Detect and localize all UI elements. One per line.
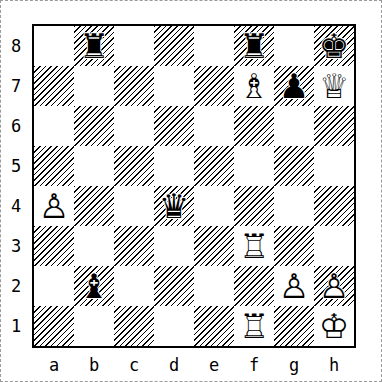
square-g8[interactable] bbox=[274, 26, 314, 66]
square-b8[interactable]: ♜♜ bbox=[74, 26, 114, 66]
piece-halo: ♜ bbox=[234, 26, 274, 66]
square-g2[interactable]: ♟♙ bbox=[274, 266, 314, 306]
square-d1[interactable] bbox=[154, 306, 194, 346]
square-f5[interactable] bbox=[234, 146, 274, 186]
chess-diagram: 87654321 ♜♜♜♜♚♚♝♗♟♟♛♕♟♙♛♛♜♖♝♝♟♙♟♙♜♖♚♔ ab… bbox=[0, 0, 382, 382]
white-pawn: ♙ bbox=[314, 266, 354, 306]
square-h6[interactable] bbox=[314, 106, 354, 146]
piece-halo: ♟ bbox=[274, 66, 314, 106]
black-rook: ♜ bbox=[74, 26, 114, 66]
square-a8[interactable] bbox=[34, 26, 74, 66]
square-a6[interactable] bbox=[34, 106, 74, 146]
file-label-a: a bbox=[34, 350, 74, 379]
square-g6[interactable] bbox=[274, 106, 314, 146]
square-a7[interactable] bbox=[34, 66, 74, 106]
rank-label-4: 4 bbox=[1, 186, 31, 226]
square-g7[interactable]: ♟♟ bbox=[274, 66, 314, 106]
piece-halo: ♜ bbox=[234, 306, 274, 346]
rank-labels: 87654321 bbox=[1, 26, 31, 346]
square-e2[interactable] bbox=[194, 266, 234, 306]
file-label-d: d bbox=[154, 350, 194, 379]
piece-halo: ♚ bbox=[314, 26, 354, 66]
square-a1[interactable] bbox=[34, 306, 74, 346]
rank-label-1: 1 bbox=[1, 306, 31, 346]
square-h4[interactable] bbox=[314, 186, 354, 226]
square-h5[interactable] bbox=[314, 146, 354, 186]
square-f6[interactable] bbox=[234, 106, 274, 146]
square-b1[interactable] bbox=[74, 306, 114, 346]
square-h3[interactable] bbox=[314, 226, 354, 266]
square-h1[interactable]: ♚♔ bbox=[314, 306, 354, 346]
square-g5[interactable] bbox=[274, 146, 314, 186]
black-pawn: ♟ bbox=[274, 66, 314, 106]
file-label-h: h bbox=[314, 350, 354, 379]
square-e5[interactable] bbox=[194, 146, 234, 186]
square-c3[interactable] bbox=[114, 226, 154, 266]
piece-halo: ♚ bbox=[314, 306, 354, 346]
piece-halo: ♝ bbox=[234, 66, 274, 106]
square-f1[interactable]: ♜♖ bbox=[234, 306, 274, 346]
square-c6[interactable] bbox=[114, 106, 154, 146]
piece-halo: ♟ bbox=[274, 266, 314, 306]
file-label-f: f bbox=[234, 350, 274, 379]
square-e1[interactable] bbox=[194, 306, 234, 346]
file-label-c: c bbox=[114, 350, 154, 379]
file-label-b: b bbox=[74, 350, 114, 379]
square-d6[interactable] bbox=[154, 106, 194, 146]
square-c5[interactable] bbox=[114, 146, 154, 186]
square-a5[interactable] bbox=[34, 146, 74, 186]
black-rook: ♜ bbox=[234, 26, 274, 66]
file-labels: abcdefgh bbox=[34, 350, 354, 379]
square-d8[interactable] bbox=[154, 26, 194, 66]
square-e7[interactable] bbox=[194, 66, 234, 106]
square-c7[interactable] bbox=[114, 66, 154, 106]
white-rook: ♖ bbox=[234, 226, 274, 266]
piece-halo: ♟ bbox=[34, 186, 74, 226]
square-a4[interactable]: ♟♙ bbox=[34, 186, 74, 226]
black-bishop: ♝ bbox=[74, 266, 114, 306]
white-rook: ♖ bbox=[234, 306, 274, 346]
white-pawn: ♙ bbox=[34, 186, 74, 226]
square-f7[interactable]: ♝♗ bbox=[234, 66, 274, 106]
piece-halo: ♜ bbox=[234, 226, 274, 266]
white-bishop: ♗ bbox=[234, 66, 274, 106]
square-h8[interactable]: ♚♚ bbox=[314, 26, 354, 66]
square-a2[interactable] bbox=[34, 266, 74, 306]
square-c2[interactable] bbox=[114, 266, 154, 306]
square-d7[interactable] bbox=[154, 66, 194, 106]
square-a3[interactable] bbox=[34, 226, 74, 266]
square-d4[interactable]: ♛♛ bbox=[154, 186, 194, 226]
square-c8[interactable] bbox=[114, 26, 154, 66]
black-king: ♚ bbox=[314, 26, 354, 66]
white-pawn: ♙ bbox=[274, 266, 314, 306]
square-e8[interactable] bbox=[194, 26, 234, 66]
square-e3[interactable] bbox=[194, 226, 234, 266]
rank-label-6: 6 bbox=[1, 106, 31, 146]
rank-label-7: 7 bbox=[1, 66, 31, 106]
piece-halo: ♛ bbox=[154, 186, 194, 226]
square-h7[interactable]: ♛♕ bbox=[314, 66, 354, 106]
square-b5[interactable] bbox=[74, 146, 114, 186]
square-f8[interactable]: ♜♜ bbox=[234, 26, 274, 66]
piece-halo: ♝ bbox=[74, 266, 114, 306]
file-label-e: e bbox=[194, 350, 234, 379]
square-b2[interactable]: ♝♝ bbox=[74, 266, 114, 306]
square-d2[interactable] bbox=[154, 266, 194, 306]
square-d5[interactable] bbox=[154, 146, 194, 186]
chess-board: ♜♜♜♜♚♚♝♗♟♟♛♕♟♙♛♛♜♖♝♝♟♙♟♙♜♖♚♔ bbox=[32, 24, 356, 348]
square-e6[interactable] bbox=[194, 106, 234, 146]
square-f3[interactable]: ♜♖ bbox=[234, 226, 274, 266]
square-f4[interactable] bbox=[234, 186, 274, 226]
square-f2[interactable] bbox=[234, 266, 274, 306]
piece-halo: ♟ bbox=[314, 266, 354, 306]
piece-halo: ♛ bbox=[314, 66, 354, 106]
rank-label-8: 8 bbox=[1, 26, 31, 66]
black-queen: ♛ bbox=[154, 186, 194, 226]
square-b4[interactable] bbox=[74, 186, 114, 226]
square-e4[interactable] bbox=[194, 186, 234, 226]
white-king: ♔ bbox=[314, 306, 354, 346]
square-d3[interactable] bbox=[154, 226, 194, 266]
square-h2[interactable]: ♟♙ bbox=[314, 266, 354, 306]
rank-label-3: 3 bbox=[1, 226, 31, 266]
square-c4[interactable] bbox=[114, 186, 154, 226]
rank-label-2: 2 bbox=[1, 266, 31, 306]
file-label-g: g bbox=[274, 350, 314, 379]
white-queen: ♕ bbox=[314, 66, 354, 106]
square-b7[interactable] bbox=[74, 66, 114, 106]
square-c1[interactable] bbox=[114, 306, 154, 346]
square-b6[interactable] bbox=[74, 106, 114, 146]
square-b3[interactable] bbox=[74, 226, 114, 266]
square-g3[interactable] bbox=[274, 226, 314, 266]
piece-halo: ♜ bbox=[74, 26, 114, 66]
square-g4[interactable] bbox=[274, 186, 314, 226]
square-g1[interactable] bbox=[274, 306, 314, 346]
rank-label-5: 5 bbox=[1, 146, 31, 186]
